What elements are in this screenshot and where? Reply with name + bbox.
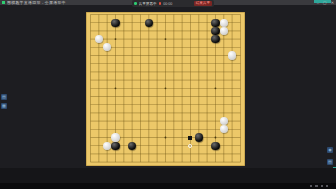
screen-share-toolbar: 共享屏幕中 00:00 结束共享 bbox=[132, 0, 214, 7]
minimize-button[interactable]: – bbox=[317, 0, 319, 5]
members-panel-icon[interactable]: ◉ bbox=[327, 147, 333, 153]
tray-icon[interactable] bbox=[310, 185, 312, 187]
black-stone bbox=[111, 19, 119, 27]
taskbar[interactable] bbox=[0, 183, 336, 189]
black-stone bbox=[211, 19, 219, 27]
recording-timer: 00:00 bbox=[163, 2, 172, 6]
share-status-label: 共享屏幕中 bbox=[139, 2, 157, 6]
system-tray[interactable] bbox=[310, 185, 328, 187]
black-stone bbox=[211, 27, 219, 35]
tray-icon[interactable] bbox=[315, 185, 317, 187]
desktop-screen: 围棋教学直播回放 - 全屏播放中 – ▢ ✕ 共享屏幕中 00:00 结束共享 … bbox=[0, 0, 336, 189]
desktop-shortcut-icon[interactable]: ▦ bbox=[1, 103, 7, 109]
black-stone bbox=[111, 142, 119, 150]
desktop-shortcut-icon[interactable]: ▤ bbox=[1, 94, 7, 100]
stop-share-button[interactable]: 结束共享 bbox=[194, 1, 212, 6]
chat-panel-icon[interactable]: ▤ bbox=[327, 159, 333, 165]
black-stone bbox=[145, 19, 153, 27]
player-control-bar: 00:00:00 说点什么… 历史 00:00 发送 申请连麦 bbox=[0, 168, 336, 183]
window-title: 围棋教学直播回放 - 全屏播放中 bbox=[7, 0, 66, 5]
maximize-button[interactable]: ▢ bbox=[323, 0, 327, 5]
tray-icon[interactable] bbox=[326, 185, 328, 187]
black-stone bbox=[211, 142, 219, 150]
recording-icon bbox=[159, 2, 162, 5]
white-stone bbox=[220, 27, 228, 35]
black-stone bbox=[195, 133, 203, 141]
white-stone bbox=[220, 19, 228, 27]
share-status-icon bbox=[134, 2, 137, 5]
close-button[interactable]: ✕ bbox=[331, 0, 334, 5]
tray-icon[interactable] bbox=[321, 185, 323, 187]
white-stone bbox=[228, 51, 236, 59]
black-stone bbox=[211, 35, 219, 43]
white-stone bbox=[111, 133, 119, 141]
last-move-square-marker bbox=[188, 136, 192, 140]
app-logo-icon bbox=[2, 1, 5, 4]
window-controls: – ▢ ✕ bbox=[317, 0, 334, 5]
go-board[interactable] bbox=[86, 12, 245, 166]
